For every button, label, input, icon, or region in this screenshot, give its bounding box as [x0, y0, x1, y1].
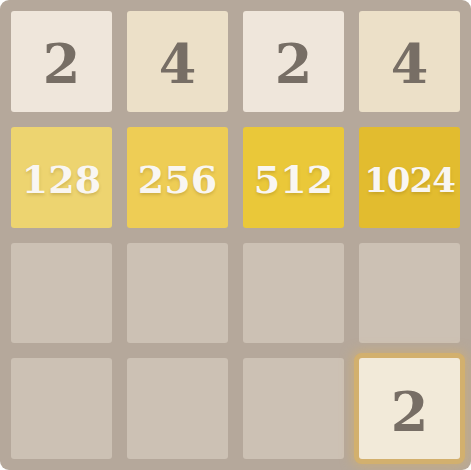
tile-4-r1c2: 4 — [127, 11, 228, 112]
empty-cell-r3c2 — [127, 243, 228, 344]
empty-cell-r3c3 — [243, 243, 344, 344]
tile-value: 4 — [159, 37, 197, 91]
tile-4-r1c4: 4 — [359, 11, 460, 112]
tile-value: 512 — [254, 161, 333, 199]
tile-value: 1024 — [364, 163, 455, 197]
tile-value: 256 — [138, 161, 217, 199]
empty-cell-r4c3 — [243, 358, 344, 459]
tile-2-r4c4: 2 — [359, 358, 460, 459]
tile-value: 4 — [391, 37, 429, 91]
empty-cell-r3c4 — [359, 243, 460, 344]
tile-128-r2c1: 128 — [11, 127, 112, 228]
tile-512-r2c3: 512 — [243, 127, 344, 228]
tile-value: 2 — [275, 37, 313, 91]
tile-2-r1c3: 2 — [243, 11, 344, 112]
tile-1024-r2c4: 1024 — [359, 127, 460, 228]
empty-cell-r4c1 — [11, 358, 112, 459]
tile-2-r1c1: 2 — [11, 11, 112, 112]
game-board-2048[interactable]: 242412825651210242 — [0, 0, 471, 470]
tile-256-r2c2: 256 — [127, 127, 228, 228]
tile-value: 2 — [391, 385, 429, 439]
empty-cell-r3c1 — [11, 243, 112, 344]
tile-value: 128 — [22, 161, 101, 199]
tile-value: 2 — [43, 37, 81, 91]
empty-cell-r4c2 — [127, 358, 228, 459]
